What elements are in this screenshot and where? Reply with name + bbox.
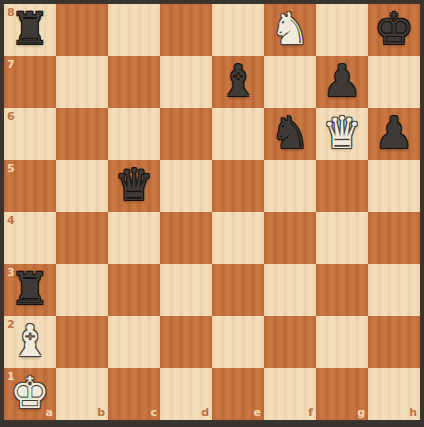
square-f8[interactable]: ♞ xyxy=(264,4,316,56)
square-f4[interactable] xyxy=(264,212,316,264)
square-h8[interactable]: ♚ xyxy=(368,4,420,56)
black-bishop-e7[interactable]: ♝ xyxy=(212,56,264,108)
square-a6[interactable]: 6 xyxy=(4,108,56,160)
square-b2[interactable] xyxy=(56,316,108,368)
square-g4[interactable] xyxy=(316,212,368,264)
square-g1[interactable]: g xyxy=(316,368,368,420)
square-e7[interactable]: ♝ xyxy=(212,56,264,108)
square-c8[interactable] xyxy=(108,4,160,56)
black-queen-c5[interactable]: ♛ xyxy=(108,160,160,212)
square-g8[interactable] xyxy=(316,4,368,56)
square-a5[interactable]: 5 xyxy=(4,160,56,212)
square-a3[interactable]: 3♜ xyxy=(4,264,56,316)
rank-label-7: 7 xyxy=(7,59,15,70)
square-b5[interactable] xyxy=(56,160,108,212)
white-queen-g6[interactable]: ♛ xyxy=(316,108,368,160)
black-rook-a8[interactable]: ♜ xyxy=(4,4,56,56)
square-e8[interactable] xyxy=(212,4,264,56)
square-e6[interactable] xyxy=(212,108,264,160)
square-g2[interactable] xyxy=(316,316,368,368)
white-knight-f8[interactable]: ♞ xyxy=(264,4,316,56)
file-label-d: d xyxy=(201,407,209,418)
square-h4[interactable] xyxy=(368,212,420,264)
rank-label-5: 5 xyxy=(7,163,15,174)
square-f5[interactable] xyxy=(264,160,316,212)
square-e4[interactable] xyxy=(212,212,264,264)
square-d4[interactable] xyxy=(160,212,212,264)
square-h7[interactable] xyxy=(368,56,420,108)
square-c7[interactable] xyxy=(108,56,160,108)
square-h6[interactable]: ♟ xyxy=(368,108,420,160)
square-h1[interactable]: h xyxy=(368,368,420,420)
square-e2[interactable] xyxy=(212,316,264,368)
square-f2[interactable] xyxy=(264,316,316,368)
square-f7[interactable] xyxy=(264,56,316,108)
square-d7[interactable] xyxy=(160,56,212,108)
file-label-h: h xyxy=(409,407,417,418)
rank-label-6: 6 xyxy=(7,111,15,122)
square-g7[interactable]: ♟ xyxy=(316,56,368,108)
square-g6[interactable]: ♛ xyxy=(316,108,368,160)
square-c1[interactable]: c xyxy=(108,368,160,420)
black-rook-a3[interactable]: ♜ xyxy=(4,264,56,316)
square-c3[interactable] xyxy=(108,264,160,316)
square-d6[interactable] xyxy=(160,108,212,160)
square-h3[interactable] xyxy=(368,264,420,316)
square-a2[interactable]: 2♝ xyxy=(4,316,56,368)
black-pawn-g7[interactable]: ♟ xyxy=(316,56,368,108)
rank-label-4: 4 xyxy=(7,215,15,226)
square-e1[interactable]: e xyxy=(212,368,264,420)
board-frame: 8♜♞♚7♝♟6♞♛♟5♛43♜2♝1a♚bcdefgh xyxy=(0,0,424,427)
square-b1[interactable]: b xyxy=(56,368,108,420)
black-pawn-h6[interactable]: ♟ xyxy=(368,108,420,160)
white-king-a1[interactable]: ♚ xyxy=(4,368,56,420)
square-a8[interactable]: 8♜ xyxy=(4,4,56,56)
white-bishop-a2[interactable]: ♝ xyxy=(4,316,56,368)
square-g5[interactable] xyxy=(316,160,368,212)
square-e5[interactable] xyxy=(212,160,264,212)
square-b7[interactable] xyxy=(56,56,108,108)
square-d8[interactable] xyxy=(160,4,212,56)
square-c5[interactable]: ♛ xyxy=(108,160,160,212)
file-label-f: f xyxy=(308,407,313,418)
square-f3[interactable] xyxy=(264,264,316,316)
chess-board: 8♜♞♚7♝♟6♞♛♟5♛43♜2♝1a♚bcdefgh xyxy=(4,4,420,420)
file-label-e: e xyxy=(254,407,261,418)
square-c2[interactable] xyxy=(108,316,160,368)
square-d2[interactable] xyxy=(160,316,212,368)
square-b6[interactable] xyxy=(56,108,108,160)
square-b3[interactable] xyxy=(56,264,108,316)
square-f6[interactable]: ♞ xyxy=(264,108,316,160)
file-label-c: c xyxy=(150,407,157,418)
square-h2[interactable] xyxy=(368,316,420,368)
square-f1[interactable]: f xyxy=(264,368,316,420)
square-a1[interactable]: 1a♚ xyxy=(4,368,56,420)
square-c4[interactable] xyxy=(108,212,160,264)
square-g3[interactable] xyxy=(316,264,368,316)
file-label-b: b xyxy=(97,407,105,418)
square-d3[interactable] xyxy=(160,264,212,316)
square-a7[interactable]: 7 xyxy=(4,56,56,108)
square-b8[interactable] xyxy=(56,4,108,56)
square-d5[interactable] xyxy=(160,160,212,212)
black-knight-f6[interactable]: ♞ xyxy=(264,108,316,160)
square-a4[interactable]: 4 xyxy=(4,212,56,264)
square-d1[interactable]: d xyxy=(160,368,212,420)
square-c6[interactable] xyxy=(108,108,160,160)
square-b4[interactable] xyxy=(56,212,108,264)
black-king-h8[interactable]: ♚ xyxy=(368,4,420,56)
square-e3[interactable] xyxy=(212,264,264,316)
file-label-g: g xyxy=(357,407,365,418)
square-h5[interactable] xyxy=(368,160,420,212)
